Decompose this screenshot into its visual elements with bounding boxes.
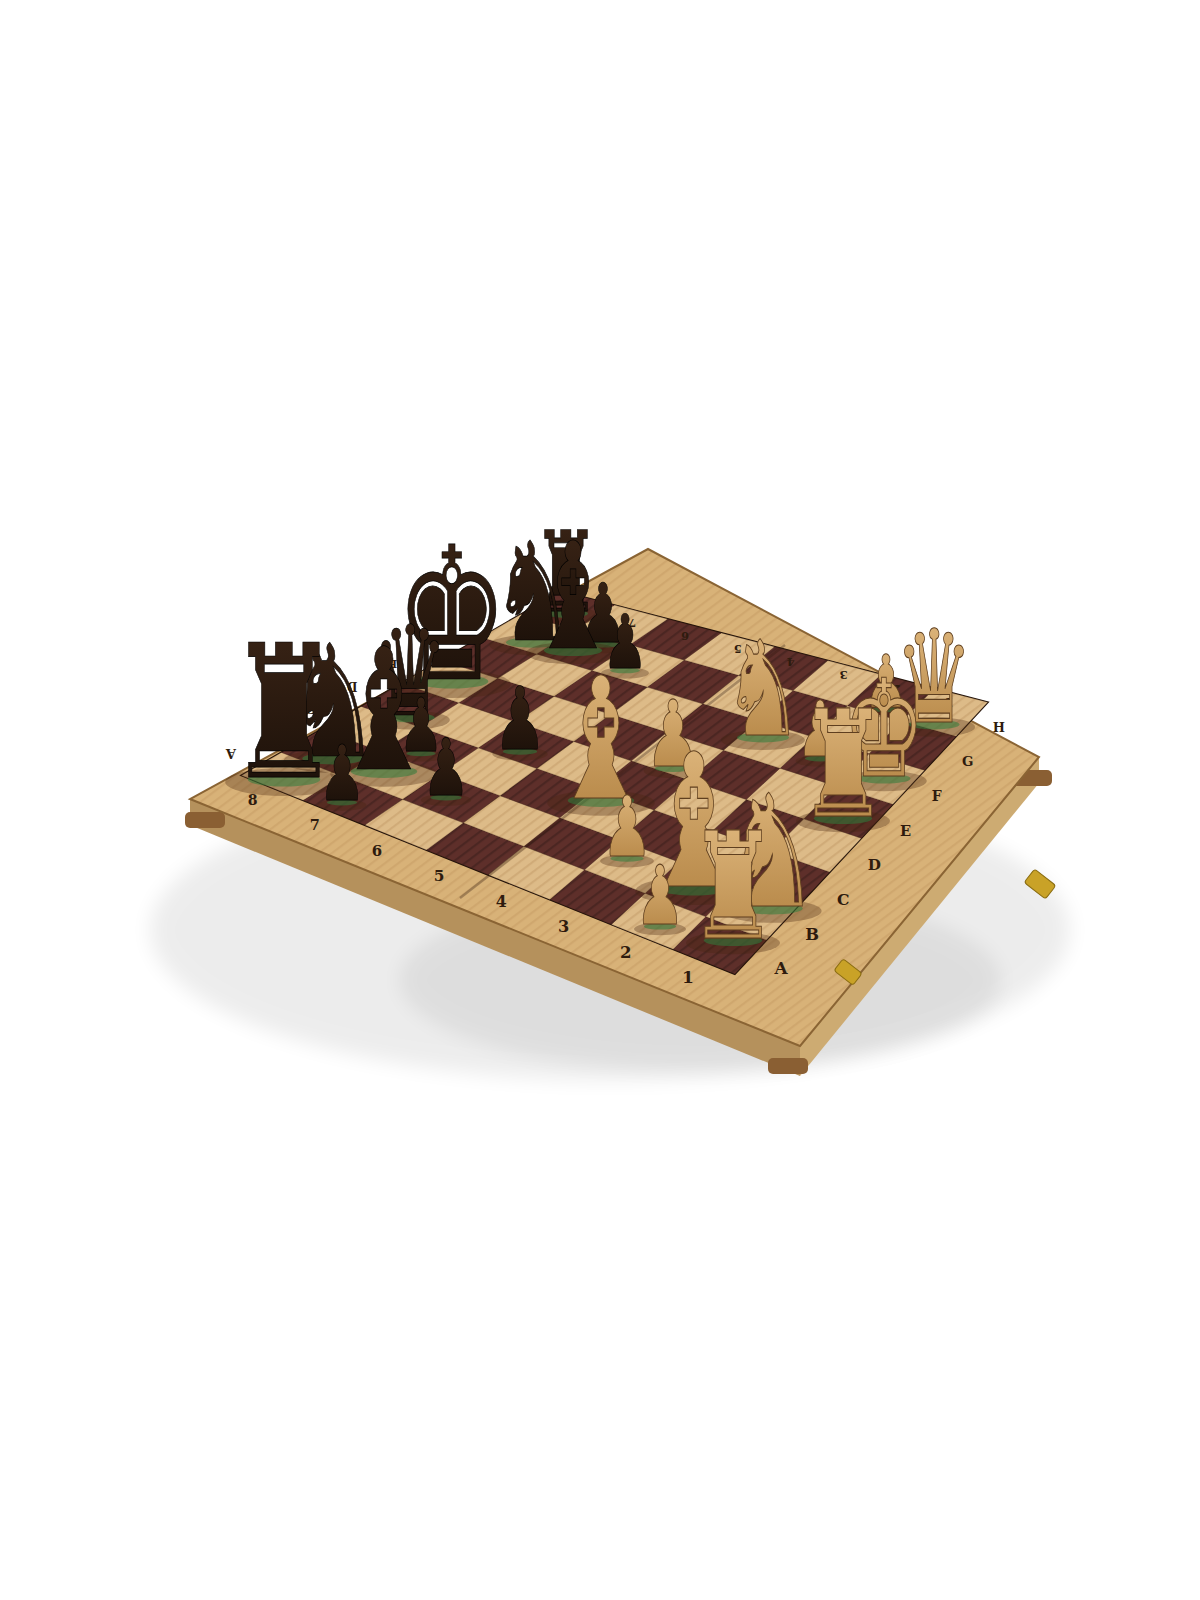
file-label-near-E: E bbox=[900, 822, 911, 839]
file-label-near-H: H bbox=[993, 720, 1005, 735]
piece-white-rook-a1[interactable]: ♜ bbox=[686, 801, 780, 973]
rank-label-near-4: 4 bbox=[496, 892, 507, 911]
file-label-near-G: G bbox=[962, 753, 973, 769]
svg-text:♜: ♜ bbox=[688, 801, 778, 973]
chess-set-product-photo: 12345678ABCDEFGHABCDEFGH12345678♜♞♟♝♟♚♟♛… bbox=[0, 0, 1200, 1600]
file-label-near-F: F bbox=[932, 788, 942, 804]
rank-label-near-6: 6 bbox=[372, 842, 382, 860]
file-label-near-D: D bbox=[868, 856, 881, 874]
chess-board-svg: 12345678ABCDEFGHABCDEFGH12345678♜♞♟♝♟♚♟♛… bbox=[0, 0, 1200, 1600]
piece-black-pawn-d6[interactable]: ♟ bbox=[492, 668, 547, 770]
rank-label-near-5: 5 bbox=[434, 867, 445, 885]
svg-text:♟: ♟ bbox=[635, 848, 685, 944]
board-foot bbox=[185, 812, 225, 828]
piece-black-pawn-a7[interactable]: ♟ bbox=[318, 729, 367, 819]
piece-white-pawn-a2[interactable]: ♟ bbox=[634, 848, 686, 944]
rank-label-far-6: 6 bbox=[681, 629, 689, 643]
rank-label-near-3: 3 bbox=[558, 917, 569, 936]
board-foot bbox=[768, 1058, 808, 1074]
svg-text:♟: ♟ bbox=[319, 729, 366, 819]
file-label-near-C: C bbox=[837, 890, 850, 909]
rank-label-near-2: 2 bbox=[620, 942, 632, 962]
svg-text:♟: ♟ bbox=[422, 721, 470, 813]
svg-text:♟: ♟ bbox=[493, 668, 546, 770]
piece-black-pawn-b6[interactable]: ♟ bbox=[421, 721, 471, 813]
